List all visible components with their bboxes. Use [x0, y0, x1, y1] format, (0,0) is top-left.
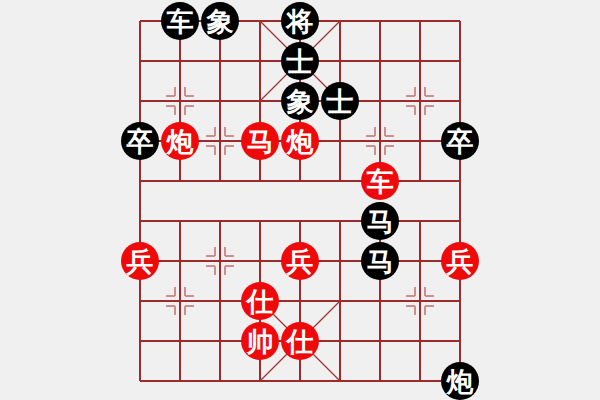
piece-black-cannon[interactable]: 炮	[441, 362, 479, 400]
piece-red-soldier[interactable]: 兵	[441, 242, 479, 280]
piece-red-horse[interactable]: 马	[241, 122, 279, 160]
piece-black-chariot[interactable]: 车	[161, 2, 199, 40]
piece-red-soldier[interactable]: 兵	[281, 242, 319, 280]
piece-black-soldier[interactable]: 卒	[441, 122, 479, 160]
piece-red-chariot[interactable]: 车	[361, 162, 399, 200]
piece-black-horse[interactable]: 马	[361, 242, 399, 280]
piece-black-soldier[interactable]: 卒	[121, 122, 159, 160]
piece-black-advisor[interactable]: 士	[281, 42, 319, 80]
piece-red-soldier[interactable]: 兵	[121, 242, 159, 280]
piece-black-elephant[interactable]: 象	[201, 2, 239, 40]
piece-black-general[interactable]: 将	[281, 2, 319, 40]
piece-red-advisor[interactable]: 仕	[281, 322, 319, 360]
piece-red-general[interactable]: 帅	[241, 322, 279, 360]
piece-black-horse[interactable]: 马	[361, 202, 399, 240]
xiangqi-board: 车象将士象士卒炮马炮卒车马兵兵马兵仕帅仕炮	[0, 0, 600, 400]
piece-red-advisor[interactable]: 仕	[241, 282, 279, 320]
piece-red-cannon[interactable]: 炮	[161, 122, 199, 160]
piece-black-elephant[interactable]: 象	[281, 82, 319, 120]
piece-layer: 车象将士象士卒炮马炮卒车马兵兵马兵仕帅仕炮	[0, 0, 600, 400]
piece-red-cannon[interactable]: 炮	[281, 122, 319, 160]
piece-black-advisor[interactable]: 士	[321, 82, 359, 120]
